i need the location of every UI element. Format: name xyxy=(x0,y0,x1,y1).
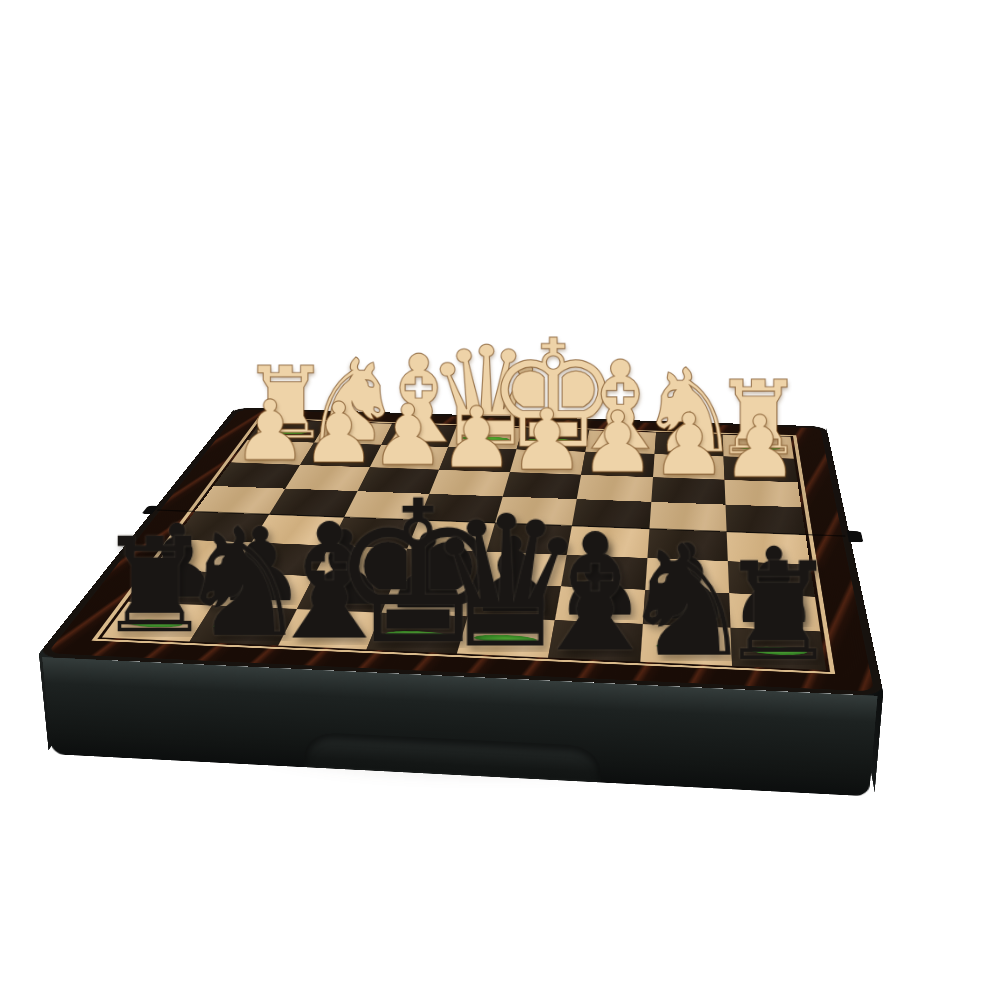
piece-slot: ♝ xyxy=(548,620,642,662)
piece-slot: ♟ xyxy=(729,593,820,632)
piece-slot: ♛ xyxy=(457,617,555,658)
piece-slot: ♝ xyxy=(278,609,382,649)
square xyxy=(727,532,810,565)
felt-pad xyxy=(749,646,807,656)
square xyxy=(566,526,649,558)
felt-pad xyxy=(751,610,797,619)
square xyxy=(728,561,815,596)
felt-pad xyxy=(300,626,358,636)
square: ♟ xyxy=(729,593,820,632)
scene-3d: ♜♞♝♛♚♝♞♜♟♟♟♟♟♟♟♟♟♟♟♟♟♟♟♟♜♞♝♚♛♝♞♜ xyxy=(0,0,1000,1000)
product-photo: ♜♞♝♛♚♝♞♜♟♟♟♟♟♟♟♟♟♟♟♟♟♟♟♟♜♞♝♚♛♝♞♜ xyxy=(0,0,1000,1000)
square xyxy=(645,558,730,593)
felt-pad xyxy=(126,619,185,628)
square: ♝ xyxy=(548,620,642,662)
square xyxy=(478,552,567,586)
square xyxy=(395,548,487,582)
handle-notch xyxy=(303,732,601,783)
square: ♟ xyxy=(296,576,395,613)
piece-slot: ♜ xyxy=(731,628,826,670)
piece-slot: ♚ xyxy=(367,613,468,654)
square: ♞ xyxy=(640,624,733,666)
square xyxy=(408,520,495,551)
square xyxy=(232,542,329,576)
square xyxy=(313,545,407,579)
piece-slot: ♟ xyxy=(296,576,395,613)
square: ♚ xyxy=(367,613,468,654)
square: ♜ xyxy=(731,628,826,670)
square: ♝ xyxy=(278,609,382,649)
square xyxy=(329,517,419,548)
chess-box: ♜♞♝♛♚♝♞♜♟♟♟♟♟♟♟♟♟♟♟♟♟♟♟♟♜♞♝♚♛♝♞♜ xyxy=(36,408,884,696)
felt-pad xyxy=(238,588,285,596)
felt-pad xyxy=(656,642,716,652)
square: ♛ xyxy=(457,617,555,658)
piece-slot: ♞ xyxy=(640,624,733,666)
felt-pad xyxy=(384,630,451,640)
felt-pad xyxy=(567,638,624,648)
felt-pad xyxy=(212,622,273,632)
square xyxy=(561,555,647,590)
felt-pad xyxy=(474,634,539,644)
square xyxy=(487,523,572,555)
